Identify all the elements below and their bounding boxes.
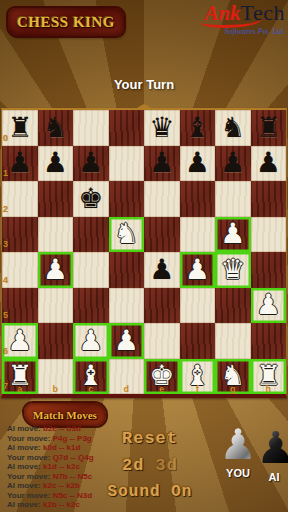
- white-pawn-c2[interactable]: ♟: [78, 327, 103, 355]
- square-b7[interactable]: ♟: [38, 146, 74, 182]
- square-e4[interactable]: ♟: [144, 252, 180, 288]
- move-log-label: AI move:: [7, 481, 43, 490]
- move-log-value: k2b -- k2c: [43, 500, 80, 509]
- white-pawn-b4[interactable]: ♟: [43, 256, 68, 284]
- chess-king-app: CHESS KING AnkTech Softwares Pvt. Ltd. Y…: [0, 0, 288, 512]
- black-pawn-e7[interactable]: ♟: [149, 149, 174, 177]
- rank-label: 4: [3, 275, 8, 285]
- square-h4[interactable]: [251, 252, 287, 288]
- square-b5[interactable]: [38, 217, 74, 253]
- square-g6[interactable]: [215, 181, 251, 217]
- square-c5[interactable]: [73, 217, 109, 253]
- square-d7[interactable]: [109, 146, 145, 182]
- square-a6[interactable]: 2: [2, 181, 38, 217]
- match-moves-title: Match Moves: [33, 409, 97, 421]
- anktech-logo: AnkTech Softwares Pvt. Ltd.: [173, 2, 285, 36]
- square-g7[interactable]: ♟: [215, 146, 251, 182]
- match-moves-banner: Match Moves: [24, 403, 106, 426]
- app-title: CHESS KING: [17, 14, 115, 31]
- black-rook-h8[interactable]: ♜: [256, 114, 281, 142]
- view-2d-option[interactable]: 2d: [122, 456, 144, 475]
- square-a7[interactable]: 1♟: [2, 146, 38, 182]
- white-pawn-icon: ♟: [219, 424, 257, 466]
- square-d8[interactable]: [109, 110, 145, 146]
- square-a1[interactable]: 7a♜: [2, 359, 38, 395]
- square-g8[interactable]: ♞: [215, 110, 251, 146]
- file-label: h: [251, 384, 287, 394]
- chess-board[interactable]: 0♜♞♛♝♞♜1♟♟♟♟♟♟♟2♚3♞♟4♟♟♟♛5♟6♟♟♟7a♜bc♝de♚…: [2, 110, 286, 394]
- square-h6[interactable]: [251, 181, 287, 217]
- square-c3[interactable]: [73, 288, 109, 324]
- square-a8[interactable]: 0♜: [2, 110, 38, 146]
- rank-label: 5: [3, 310, 8, 320]
- black-king-c6[interactable]: ♚: [78, 185, 103, 213]
- black-pawn-g7[interactable]: ♟: [220, 149, 245, 177]
- file-label: c: [73, 384, 109, 394]
- logo-subtitle: Softwares Pvt. Ltd.: [173, 28, 285, 36]
- square-a2[interactable]: 6♟: [2, 323, 38, 359]
- black-pawn-f7[interactable]: ♟: [185, 149, 210, 177]
- board-frame-peak: [135, 104, 153, 109]
- white-pawn-g5[interactable]: ♟: [220, 220, 245, 248]
- square-b4[interactable]: ♟: [38, 252, 74, 288]
- file-label: f: [180, 384, 216, 394]
- white-pawn-f4[interactable]: ♟: [185, 256, 210, 284]
- square-b3[interactable]: [38, 288, 74, 324]
- black-pawn-c7[interactable]: ♟: [78, 149, 103, 177]
- square-c4[interactable]: [73, 252, 109, 288]
- square-f7[interactable]: ♟: [180, 146, 216, 182]
- square-b1[interactable]: b: [38, 359, 74, 395]
- square-h3[interactable]: ♟: [251, 288, 287, 324]
- square-e8[interactable]: ♛: [144, 110, 180, 146]
- player-ai-label: AI: [256, 471, 288, 483]
- move-log-entry: AI move: k2b -- k2c: [7, 500, 142, 510]
- player-you-label: YOU: [218, 467, 258, 479]
- move-log-label: Your move:: [7, 434, 53, 443]
- reset-button[interactable]: Reset: [85, 429, 215, 448]
- square-a5[interactable]: 3: [2, 217, 38, 253]
- square-a4[interactable]: 4: [2, 252, 38, 288]
- move-log-value: k0d -- k1d: [43, 443, 80, 452]
- square-e6[interactable]: [144, 181, 180, 217]
- black-knight-g8[interactable]: ♞: [220, 114, 245, 142]
- move-log-label: AI move:: [7, 443, 43, 452]
- player-ai-indicator: ♟ AI: [256, 426, 288, 483]
- square-c2[interactable]: ♟: [73, 323, 109, 359]
- file-label: a: [2, 384, 38, 394]
- black-knight-b8[interactable]: ♞: [43, 114, 68, 142]
- move-log-value: b2e -- b3d: [43, 424, 81, 433]
- square-a3[interactable]: 5: [2, 288, 38, 324]
- square-d1[interactable]: d: [109, 359, 145, 395]
- square-b2[interactable]: [38, 323, 74, 359]
- turn-status-text: Your Turn: [0, 77, 288, 92]
- square-c6[interactable]: ♚: [73, 181, 109, 217]
- move-log-value: k2c -- k2b: [43, 481, 80, 490]
- square-g5[interactable]: ♟: [215, 217, 251, 253]
- move-log-label: AI move:: [7, 424, 43, 433]
- square-d6[interactable]: [109, 181, 145, 217]
- black-pawn-b7[interactable]: ♟: [43, 149, 68, 177]
- square-f3[interactable]: [180, 288, 216, 324]
- sound-toggle-button[interactable]: Sound On: [85, 483, 215, 501]
- square-f1[interactable]: f♝: [180, 359, 216, 395]
- square-f2[interactable]: [180, 323, 216, 359]
- square-h7[interactable]: ♟: [251, 146, 287, 182]
- square-h5[interactable]: [251, 217, 287, 253]
- square-e5[interactable]: [144, 217, 180, 253]
- black-pawn-icon: ♟: [256, 426, 288, 470]
- black-queen-e8[interactable]: ♛: [149, 114, 174, 142]
- square-d4[interactable]: [109, 252, 145, 288]
- square-f6[interactable]: [180, 181, 216, 217]
- black-pawn-e4[interactable]: ♟: [149, 256, 174, 284]
- square-f4[interactable]: ♟: [180, 252, 216, 288]
- white-pawn-d2[interactable]: ♟: [114, 327, 139, 355]
- black-rook-a8[interactable]: ♜: [7, 114, 32, 142]
- file-label: d: [109, 384, 145, 394]
- square-h8[interactable]: ♜: [251, 110, 287, 146]
- square-e1[interactable]: e♚: [144, 359, 180, 395]
- file-label: e: [144, 384, 180, 394]
- move-log-label: Your move:: [7, 472, 53, 481]
- square-d2[interactable]: ♟: [109, 323, 145, 359]
- rank-label: 2: [3, 204, 8, 214]
- move-log-label: AI move:: [7, 462, 43, 471]
- move-log-label: Your move:: [7, 453, 53, 462]
- square-b6[interactable]: [38, 181, 74, 217]
- square-c7[interactable]: ♟: [73, 146, 109, 182]
- view-3d-option[interactable]: 3d: [156, 456, 178, 475]
- move-log-label: Your move:: [7, 491, 53, 500]
- file-label: g: [215, 384, 251, 394]
- player-you-indicator: ♟ YOU: [218, 424, 258, 479]
- rank-label: 3: [3, 239, 8, 249]
- square-g2[interactable]: [215, 323, 251, 359]
- logo-swoosh-underline: [200, 13, 262, 28]
- white-pawn-a2[interactable]: ♟: [7, 327, 32, 355]
- file-label: b: [38, 384, 74, 394]
- rank-label: 0: [3, 133, 8, 143]
- square-g1[interactable]: g♞: [215, 359, 251, 395]
- square-d5[interactable]: ♞: [109, 217, 145, 253]
- app-title-plaque: CHESS KING: [8, 8, 124, 36]
- black-bishop-f8[interactable]: ♝: [185, 114, 210, 142]
- square-h2[interactable]: [251, 323, 287, 359]
- white-queen-g4[interactable]: ♛: [220, 256, 245, 284]
- chess-board-frame: 0♜♞♛♝♞♜1♟♟♟♟♟♟♟2♚3♞♟4♟♟♟♛5♟6♟♟♟7a♜bc♝de♚…: [1, 108, 287, 398]
- square-h1[interactable]: h♜: [251, 359, 287, 395]
- square-c8[interactable]: [73, 110, 109, 146]
- square-d3[interactable]: [109, 288, 145, 324]
- square-g3[interactable]: [215, 288, 251, 324]
- white-knight-d5[interactable]: ♞: [114, 220, 139, 248]
- white-pawn-h3[interactable]: ♟: [256, 291, 281, 319]
- move-log-value: k1d -- k2c: [43, 462, 80, 471]
- move-log-label: AI move:: [7, 500, 43, 509]
- square-e2[interactable]: [144, 323, 180, 359]
- square-g4[interactable]: ♛: [215, 252, 251, 288]
- black-pawn-a7[interactable]: ♟: [7, 149, 32, 177]
- square-c1[interactable]: c♝: [73, 359, 109, 395]
- square-e7[interactable]: ♟: [144, 146, 180, 182]
- square-f8[interactable]: ♝: [180, 110, 216, 146]
- square-b8[interactable]: ♞: [38, 110, 74, 146]
- square-e3[interactable]: [144, 288, 180, 324]
- square-f5[interactable]: [180, 217, 216, 253]
- rank-label: 6: [3, 346, 8, 356]
- view-mode-toggle[interactable]: 2d 3d: [85, 456, 215, 475]
- black-pawn-h7[interactable]: ♟: [256, 149, 281, 177]
- rank-label: 1: [3, 168, 8, 178]
